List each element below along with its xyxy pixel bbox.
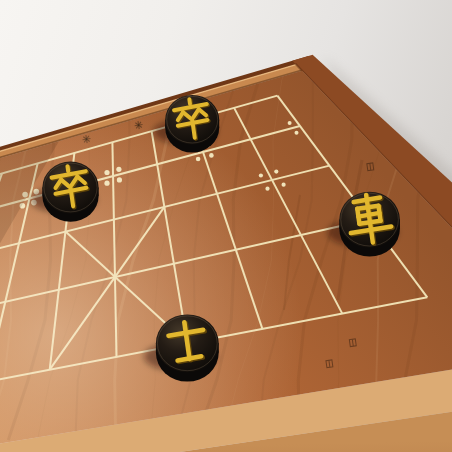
xiangqi-board-photo: xiangqi [0,0,452,452]
product-photo-scene: xiangqi [0,0,452,452]
